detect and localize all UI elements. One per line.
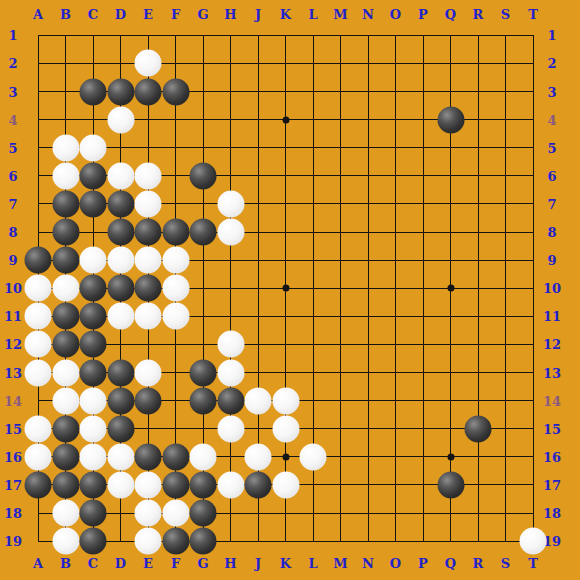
black-stone [437, 106, 464, 133]
grid-line-vertical [423, 35, 424, 542]
row-label-left: 18 [4, 507, 22, 520]
black-stone [107, 78, 134, 105]
column-label-top: E [143, 8, 153, 21]
column-label-bottom: Q [445, 557, 456, 570]
column-label-top: K [280, 8, 291, 21]
column-label-top: H [224, 8, 236, 21]
black-stone [190, 162, 217, 189]
row-label-left: 7 [8, 197, 17, 210]
black-stone [245, 471, 272, 498]
grid-line-vertical [230, 35, 231, 542]
column-label-bottom: P [418, 557, 428, 570]
row-label-left: 4 [8, 113, 17, 126]
column-label-bottom: M [333, 557, 347, 570]
black-stone [162, 78, 189, 105]
white-stone [135, 359, 162, 386]
column-label-top: J [255, 8, 261, 21]
black-stone [25, 247, 52, 274]
black-stone [162, 443, 189, 470]
black-stone [135, 78, 162, 105]
column-label-bottom: D [115, 557, 126, 570]
black-stone [437, 471, 464, 498]
white-stone [272, 415, 299, 442]
black-stone [52, 471, 79, 498]
row-label-left: 16 [4, 450, 22, 463]
row-label-right: 14 [543, 394, 561, 407]
white-stone [52, 387, 79, 414]
white-stone [162, 500, 189, 527]
row-label-left: 10 [4, 282, 22, 295]
column-label-bottom: T [528, 557, 538, 570]
white-stone [217, 359, 244, 386]
white-stone [52, 359, 79, 386]
white-stone [107, 247, 134, 274]
white-stone [80, 134, 107, 161]
black-stone [162, 528, 189, 555]
column-label-bottom: O [390, 557, 401, 570]
row-label-right: 1 [547, 29, 556, 42]
black-stone [80, 331, 107, 358]
column-label-top: F [171, 8, 180, 21]
row-label-right: 17 [543, 478, 561, 491]
white-stone [135, 528, 162, 555]
grid-line-horizontal [38, 344, 534, 345]
column-label-top: G [197, 8, 208, 21]
column-label-top: L [308, 8, 317, 21]
black-stone [80, 528, 107, 555]
white-stone [135, 471, 162, 498]
black-stone [107, 387, 134, 414]
black-stone [80, 500, 107, 527]
black-stone [190, 528, 217, 555]
column-label-bottom: H [224, 557, 236, 570]
column-label-bottom: K [280, 557, 291, 570]
row-label-left: 3 [8, 85, 17, 98]
row-label-right: 5 [547, 141, 556, 154]
row-label-left: 13 [4, 366, 22, 379]
white-stone [25, 275, 52, 302]
row-label-right: 6 [547, 169, 556, 182]
row-label-left: 15 [4, 422, 22, 435]
white-stone [107, 162, 134, 189]
white-stone [52, 275, 79, 302]
row-label-right: 8 [547, 226, 556, 239]
column-label-bottom: G [197, 557, 208, 570]
white-stone [135, 247, 162, 274]
row-label-right: 2 [547, 57, 556, 70]
black-stone [190, 219, 217, 246]
row-label-left: 8 [8, 226, 17, 239]
white-stone [107, 471, 134, 498]
column-label-top: D [115, 8, 126, 21]
white-stone [190, 443, 217, 470]
grid-line-vertical [505, 35, 506, 542]
column-label-bottom: C [88, 557, 98, 570]
column-label-bottom: L [308, 557, 317, 570]
black-stone [80, 471, 107, 498]
column-label-top: R [473, 8, 484, 21]
star-point [282, 116, 289, 123]
black-stone [190, 387, 217, 414]
row-label-right: 10 [543, 282, 561, 295]
column-label-top: P [418, 8, 428, 21]
row-label-left: 12 [4, 338, 22, 351]
white-stone [245, 387, 272, 414]
column-label-top: M [333, 8, 347, 21]
black-stone [107, 275, 134, 302]
white-stone [217, 471, 244, 498]
grid-line-horizontal [38, 513, 534, 514]
row-label-right: 15 [543, 422, 561, 435]
row-label-right: 4 [547, 113, 556, 126]
white-stone [272, 471, 299, 498]
white-stone [162, 303, 189, 330]
grid-line-vertical [395, 35, 396, 542]
white-stone [80, 247, 107, 274]
row-label-right: 16 [543, 450, 561, 463]
star-point [447, 285, 454, 292]
column-label-bottom: E [143, 557, 153, 570]
column-label-top: C [88, 8, 98, 21]
black-stone [190, 359, 217, 386]
black-stone [52, 247, 79, 274]
white-stone [25, 331, 52, 358]
white-stone [107, 303, 134, 330]
black-stone [52, 443, 79, 470]
black-stone [107, 219, 134, 246]
star-point [447, 453, 454, 460]
black-stone [107, 190, 134, 217]
star-point [282, 453, 289, 460]
grid-line-horizontal [38, 147, 534, 148]
white-stone [217, 331, 244, 358]
grid-line-vertical [533, 35, 534, 542]
black-stone [162, 471, 189, 498]
grid-line-vertical [368, 35, 369, 542]
column-label-bottom: J [255, 557, 261, 570]
black-stone [80, 303, 107, 330]
row-label-left: 5 [8, 141, 17, 154]
black-stone [135, 443, 162, 470]
column-label-bottom: A [33, 557, 43, 570]
black-stone [80, 190, 107, 217]
white-stone [135, 162, 162, 189]
column-label-top: N [362, 8, 374, 21]
white-stone [162, 275, 189, 302]
white-stone [135, 303, 162, 330]
row-label-right: 12 [543, 338, 561, 351]
black-stone [135, 219, 162, 246]
black-stone [52, 415, 79, 442]
white-stone [52, 528, 79, 555]
column-label-bottom: F [171, 557, 180, 570]
white-stone [80, 387, 107, 414]
black-stone [52, 219, 79, 246]
black-stone [107, 415, 134, 442]
black-stone [465, 415, 492, 442]
row-label-left: 9 [8, 254, 17, 267]
black-stone [190, 500, 217, 527]
white-stone [25, 359, 52, 386]
grid-line-horizontal [38, 35, 534, 36]
grid-line-horizontal [38, 541, 534, 542]
white-stone [300, 443, 327, 470]
black-stone [80, 275, 107, 302]
row-label-left: 6 [8, 169, 17, 182]
column-label-top: S [501, 8, 510, 21]
black-stone [52, 331, 79, 358]
column-label-top: Q [445, 8, 456, 21]
black-stone [80, 78, 107, 105]
black-stone [52, 190, 79, 217]
white-stone [217, 219, 244, 246]
row-label-right: 3 [547, 85, 556, 98]
column-label-top: A [33, 8, 43, 21]
black-stone [190, 471, 217, 498]
white-stone [272, 387, 299, 414]
grid-line-vertical [478, 35, 479, 542]
row-label-left: 17 [4, 478, 22, 491]
column-label-bottom: N [362, 557, 374, 570]
black-stone [135, 387, 162, 414]
row-label-left: 19 [4, 535, 22, 548]
row-label-left: 11 [4, 310, 22, 323]
column-label-bottom: B [60, 557, 71, 570]
black-stone [162, 219, 189, 246]
white-stone [107, 443, 134, 470]
white-stone [80, 443, 107, 470]
column-label-top: B [60, 8, 71, 21]
grid-line-vertical [340, 35, 341, 542]
grid-line-horizontal [38, 63, 534, 64]
row-label-left: 2 [8, 57, 17, 70]
row-label-left: 14 [4, 394, 22, 407]
black-stone [107, 359, 134, 386]
column-label-top: O [390, 8, 401, 21]
white-stone [52, 500, 79, 527]
row-label-right: 9 [547, 254, 556, 267]
white-stone [80, 415, 107, 442]
white-stone [25, 443, 52, 470]
column-label-bottom: R [473, 557, 484, 570]
white-stone [162, 247, 189, 274]
black-stone [52, 303, 79, 330]
row-label-right: 7 [547, 197, 556, 210]
white-stone [25, 415, 52, 442]
white-stone [135, 190, 162, 217]
black-stone [80, 359, 107, 386]
white-stone [520, 528, 547, 555]
column-label-bottom: S [501, 557, 510, 570]
white-stone [217, 190, 244, 217]
white-stone [52, 162, 79, 189]
row-label-right: 13 [543, 366, 561, 379]
row-label-right: 11 [543, 310, 561, 323]
white-stone [135, 50, 162, 77]
white-stone [217, 415, 244, 442]
white-stone [135, 500, 162, 527]
row-label-right: 18 [543, 507, 561, 520]
white-stone [245, 443, 272, 470]
black-stone [135, 275, 162, 302]
white-stone [25, 303, 52, 330]
black-stone [25, 471, 52, 498]
white-stone [107, 106, 134, 133]
black-stone [217, 387, 244, 414]
star-point [282, 285, 289, 292]
go-board[interactable]: AABBCCDDEEFFGGHHJJKKLLMMNNOOPPQQRRSSTT11… [0, 0, 580, 580]
white-stone [52, 134, 79, 161]
row-label-left: 1 [8, 29, 17, 42]
black-stone [80, 162, 107, 189]
column-label-top: T [528, 8, 538, 21]
